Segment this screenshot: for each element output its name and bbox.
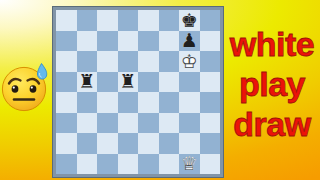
square-b7 xyxy=(77,31,98,52)
square-c8 xyxy=(97,10,118,31)
square-e6 xyxy=(138,51,159,72)
square-f4 xyxy=(159,92,180,113)
square-h2 xyxy=(200,133,221,154)
square-b8 xyxy=(77,10,98,31)
square-g4 xyxy=(179,92,200,113)
square-d8 xyxy=(118,10,139,31)
emoji-sweat-drop xyxy=(37,64,46,80)
square-f3 xyxy=(159,113,180,134)
square-e1 xyxy=(138,154,159,175)
square-d3 xyxy=(118,113,139,134)
black-rook: ♜ xyxy=(118,72,139,93)
square-d2 xyxy=(118,133,139,154)
black-king: ♚ xyxy=(179,10,200,31)
square-f6 xyxy=(159,51,180,72)
square-c2 xyxy=(97,133,118,154)
white-king: ♚♔ xyxy=(179,51,200,72)
square-c5 xyxy=(97,72,118,93)
caption-line-1: white xyxy=(224,24,320,64)
square-g8: ♚ xyxy=(179,10,200,31)
square-g6: ♚♔ xyxy=(179,51,200,72)
square-h8 xyxy=(200,10,221,31)
square-h5 xyxy=(200,72,221,93)
square-c3 xyxy=(97,113,118,134)
square-f5 xyxy=(159,72,180,93)
square-a6 xyxy=(56,51,77,72)
chess-board: ♚♟♚♔♜♜♛♕ xyxy=(53,7,223,177)
square-h4 xyxy=(200,92,221,113)
square-e4 xyxy=(138,92,159,113)
square-h7 xyxy=(200,31,221,52)
square-e8 xyxy=(138,10,159,31)
caption-line-3: draw xyxy=(224,104,320,144)
square-f2 xyxy=(159,133,180,154)
square-g7: ♟ xyxy=(179,31,200,52)
square-a5 xyxy=(56,72,77,93)
square-a7 xyxy=(56,31,77,52)
square-e2 xyxy=(138,133,159,154)
square-g5 xyxy=(179,72,200,93)
square-g3 xyxy=(179,113,200,134)
square-c6 xyxy=(97,51,118,72)
square-b6 xyxy=(77,51,98,72)
square-a2 xyxy=(56,133,77,154)
emoji-left-eye xyxy=(12,85,19,93)
square-e3 xyxy=(138,113,159,134)
square-b4 xyxy=(77,92,98,113)
square-b1 xyxy=(77,154,98,175)
thumbnail-canvas: ♚♟♚♔♜♜♛♕ white play draw xyxy=(0,0,320,180)
square-a3 xyxy=(56,113,77,134)
square-f7 xyxy=(159,31,180,52)
square-b5: ♜ xyxy=(77,72,98,93)
square-g1: ♛♕ xyxy=(179,154,200,175)
worried-sweat-emoji xyxy=(0,61,50,115)
square-b3 xyxy=(77,113,98,134)
square-a1 xyxy=(56,154,77,175)
square-c1 xyxy=(97,154,118,175)
square-d7 xyxy=(118,31,139,52)
square-e7 xyxy=(138,31,159,52)
emoji-right-eye xyxy=(30,85,37,93)
square-f8 xyxy=(159,10,180,31)
square-d4 xyxy=(118,92,139,113)
square-d6 xyxy=(118,51,139,72)
square-d1 xyxy=(118,154,139,175)
square-a8 xyxy=(56,10,77,31)
white-queen: ♛♕ xyxy=(179,154,200,175)
caption: white play draw xyxy=(224,24,320,144)
square-g2 xyxy=(179,133,200,154)
black-pawn: ♟ xyxy=(179,31,200,52)
square-a4 xyxy=(56,92,77,113)
square-h3 xyxy=(200,113,221,134)
caption-line-2: play xyxy=(224,64,320,104)
black-rook: ♜ xyxy=(77,72,98,93)
square-h6 xyxy=(200,51,221,72)
square-c7 xyxy=(97,31,118,52)
square-d5: ♜ xyxy=(118,72,139,93)
square-b2 xyxy=(77,133,98,154)
square-h1 xyxy=(200,154,221,175)
square-c4 xyxy=(97,92,118,113)
square-e5 xyxy=(138,72,159,93)
square-f1 xyxy=(159,154,180,175)
